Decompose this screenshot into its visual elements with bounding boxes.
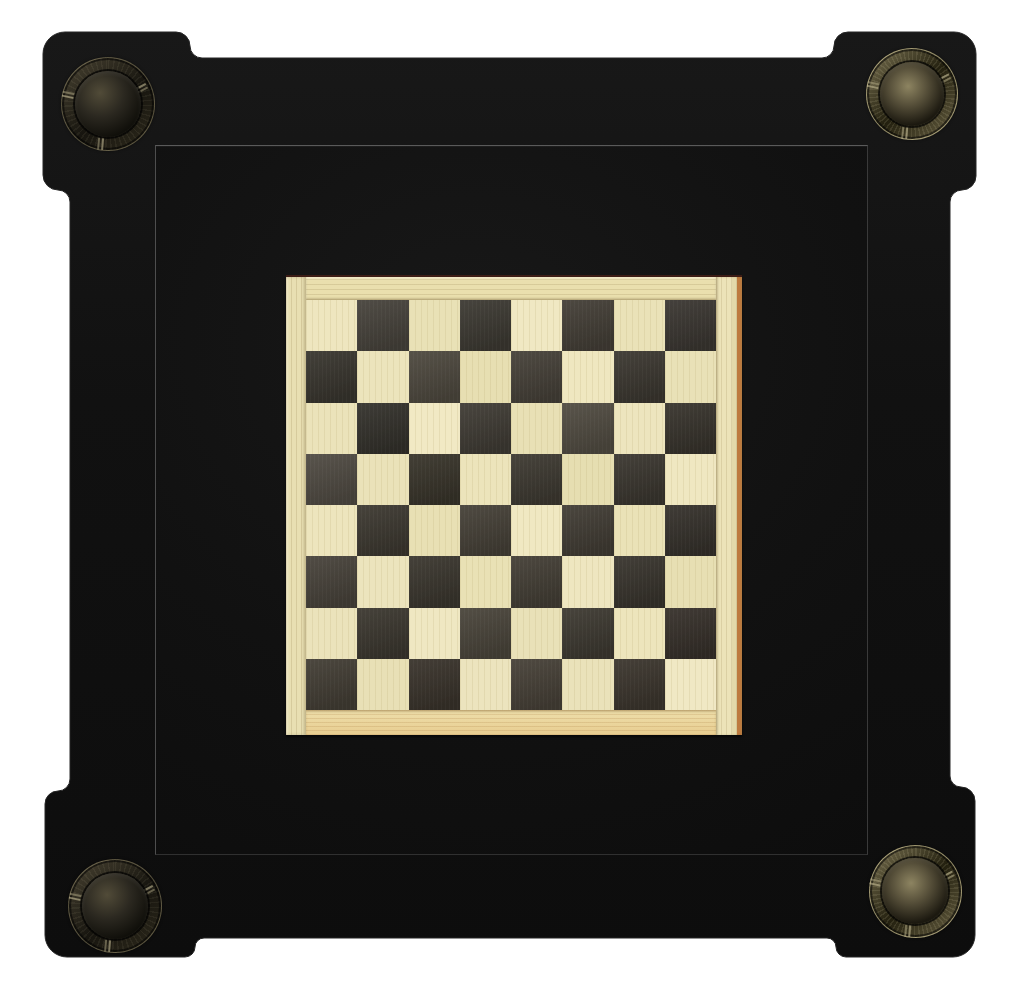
square-g4[interactable] [614, 505, 665, 556]
cup-ring-notch [108, 940, 111, 952]
cup-dome [82, 873, 148, 939]
square-e5[interactable] [511, 454, 562, 505]
square-c1[interactable] [409, 659, 460, 710]
square-a3[interactable] [306, 556, 357, 607]
square-h1[interactable] [665, 659, 716, 710]
square-f8[interactable] [562, 300, 613, 351]
square-g8[interactable] [614, 300, 665, 351]
square-a8[interactable] [306, 300, 357, 351]
square-h3[interactable] [665, 556, 716, 607]
square-b1[interactable] [357, 659, 408, 710]
square-g6[interactable] [614, 403, 665, 454]
square-h5[interactable] [665, 454, 716, 505]
square-e8[interactable] [511, 300, 562, 351]
square-h6[interactable] [665, 403, 716, 454]
checkerboard [286, 277, 742, 735]
square-b8[interactable] [357, 300, 408, 351]
square-a7[interactable] [306, 351, 357, 402]
square-b6[interactable] [357, 403, 408, 454]
cup-holder-bottom-left [68, 859, 162, 953]
square-c5[interactable] [409, 454, 460, 505]
square-d2[interactable] [460, 608, 511, 659]
cup-ring-notch [905, 127, 908, 139]
square-e7[interactable] [511, 351, 562, 402]
square-a4[interactable] [306, 505, 357, 556]
game-table-photo [0, 0, 1024, 996]
cup-ring-notch [869, 882, 881, 886]
cup-dome [75, 71, 141, 137]
square-e2[interactable] [511, 608, 562, 659]
square-a6[interactable] [306, 403, 357, 454]
cup-holder-top-right [866, 48, 958, 140]
cup-ring-notch [867, 85, 879, 89]
square-c3[interactable] [409, 556, 460, 607]
square-h4[interactable] [665, 505, 716, 556]
square-f5[interactable] [562, 454, 613, 505]
square-f2[interactable] [562, 608, 613, 659]
square-f6[interactable] [562, 403, 613, 454]
square-f4[interactable] [562, 505, 613, 556]
square-g2[interactable] [614, 608, 665, 659]
cup-ring-notch [101, 138, 104, 150]
square-h8[interactable] [665, 300, 716, 351]
square-d5[interactable] [460, 454, 511, 505]
square-d1[interactable] [460, 659, 511, 710]
cup-dome [882, 858, 947, 923]
cup-ring-notch [69, 897, 81, 901]
square-b4[interactable] [357, 505, 408, 556]
square-c4[interactable] [409, 505, 460, 556]
cup-holder-bottom-right [869, 845, 962, 938]
square-d4[interactable] [460, 505, 511, 556]
square-e4[interactable] [511, 505, 562, 556]
square-c2[interactable] [409, 608, 460, 659]
square-a2[interactable] [306, 608, 357, 659]
square-c8[interactable] [409, 300, 460, 351]
board-rail-left [286, 277, 306, 735]
square-d7[interactable] [460, 351, 511, 402]
square-b3[interactable] [357, 556, 408, 607]
square-d3[interactable] [460, 556, 511, 607]
cup-dome [880, 62, 944, 126]
square-c6[interactable] [409, 403, 460, 454]
square-h7[interactable] [665, 351, 716, 402]
square-b7[interactable] [357, 351, 408, 402]
square-b5[interactable] [357, 454, 408, 505]
square-a1[interactable] [306, 659, 357, 710]
square-h2[interactable] [665, 608, 716, 659]
square-f7[interactable] [562, 351, 613, 402]
square-g1[interactable] [614, 659, 665, 710]
square-f3[interactable] [562, 556, 613, 607]
square-e6[interactable] [511, 403, 562, 454]
board-rail-top [306, 277, 716, 300]
cup-ring-notch [62, 95, 74, 99]
square-e3[interactable] [511, 556, 562, 607]
square-b2[interactable] [357, 608, 408, 659]
square-d8[interactable] [460, 300, 511, 351]
square-g3[interactable] [614, 556, 665, 607]
square-d6[interactable] [460, 403, 511, 454]
square-g7[interactable] [614, 351, 665, 402]
cup-holder-top-left [61, 57, 155, 151]
cup-ring-notch [908, 924, 911, 936]
board-grid [306, 300, 716, 710]
square-g5[interactable] [614, 454, 665, 505]
square-f1[interactable] [562, 659, 613, 710]
board-rail-bottom [306, 710, 716, 735]
square-e1[interactable] [511, 659, 562, 710]
board-rail-right [716, 277, 742, 735]
square-a5[interactable] [306, 454, 357, 505]
square-c7[interactable] [409, 351, 460, 402]
